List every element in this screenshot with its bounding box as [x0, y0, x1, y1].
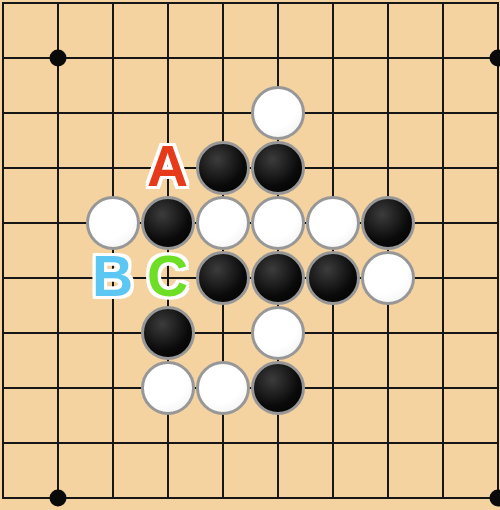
white-stone — [361, 251, 415, 305]
star-point — [49, 489, 66, 506]
grid-line — [2, 2, 499, 4]
black-stone — [251, 361, 305, 415]
grid-line — [57, 2, 59, 499]
grid-line — [442, 2, 444, 499]
white-stone — [251, 196, 305, 250]
star-point — [489, 489, 500, 506]
black-stone — [251, 141, 305, 195]
black-stone — [251, 251, 305, 305]
move-label-b[interactable]: B — [92, 247, 133, 304]
grid-line — [2, 2, 4, 499]
star-point — [489, 49, 500, 66]
go-board[interactable]: ABC — [0, 0, 500, 510]
white-stone — [86, 196, 140, 250]
black-stone — [141, 196, 195, 250]
star-point — [49, 49, 66, 66]
white-stone — [251, 86, 305, 140]
black-stone — [196, 251, 250, 305]
grid-line — [2, 442, 499, 444]
white-stone — [141, 361, 195, 415]
black-stone — [196, 141, 250, 195]
white-stone — [306, 196, 360, 250]
black-stone — [361, 196, 415, 250]
grid-line — [497, 2, 499, 499]
white-stone — [251, 306, 305, 360]
move-label-c[interactable]: C — [147, 247, 188, 304]
move-label-a[interactable]: A — [147, 137, 188, 194]
white-stone — [196, 196, 250, 250]
white-stone — [196, 361, 250, 415]
grid-line — [2, 57, 499, 59]
grid-line — [2, 497, 499, 499]
black-stone — [306, 251, 360, 305]
black-stone — [141, 306, 195, 360]
